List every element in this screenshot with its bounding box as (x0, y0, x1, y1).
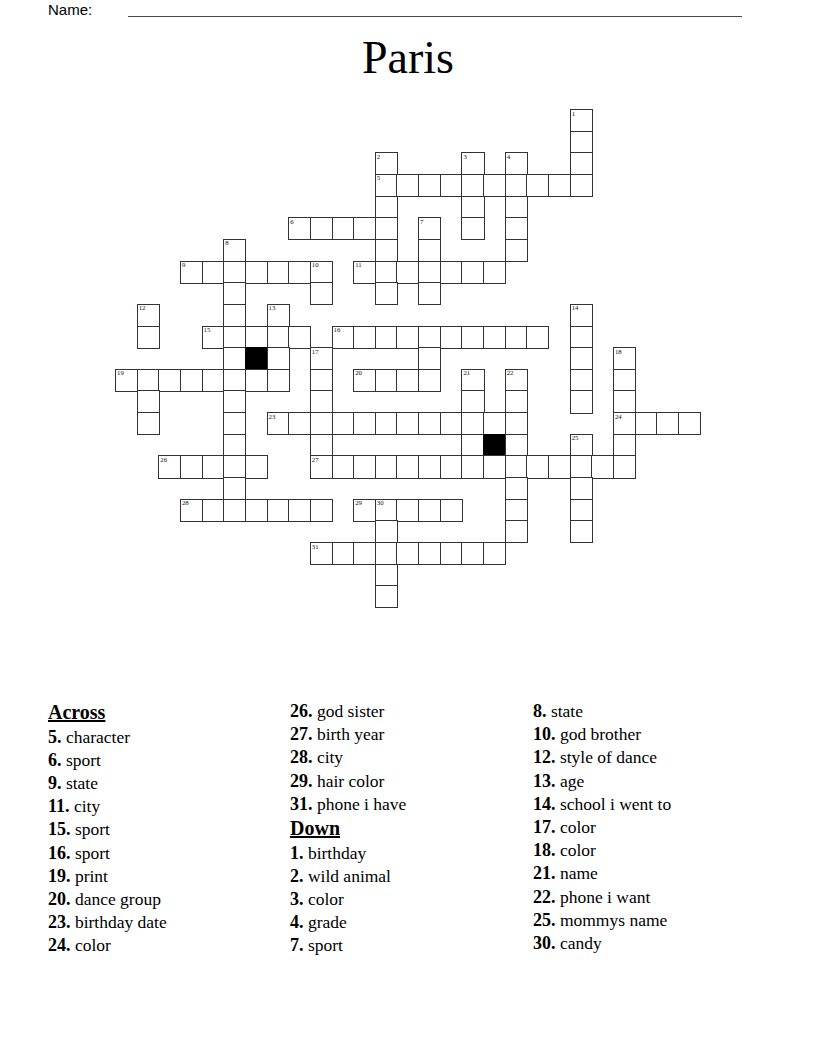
clue-item-number: 9. (48, 773, 62, 793)
grid-cell[interactable] (375, 520, 398, 543)
cell-number: 7 (420, 219, 423, 226)
grid-cell[interactable] (483, 412, 506, 435)
grid-cell[interactable] (570, 455, 593, 478)
clue-item-across-24: 24. color (48, 934, 286, 957)
grid-cell[interactable] (267, 261, 290, 284)
cell-number: 2 (377, 154, 380, 161)
clue-item-text: wild animal (304, 866, 391, 886)
grid-cell[interactable] (418, 326, 441, 349)
clue-item-number: 24. (48, 935, 71, 955)
grid-cell[interactable] (223, 326, 246, 349)
grid-cell[interactable] (440, 455, 463, 478)
grid-cell[interactable] (505, 455, 528, 478)
clue-item-down-25: 25. mommys name (533, 909, 771, 932)
grid-cell[interactable] (440, 542, 463, 565)
clue-item-down-30: 30. candy (533, 932, 771, 955)
clue-item-text: character (62, 727, 130, 747)
grid-cell[interactable] (353, 412, 376, 435)
grid-cell[interactable] (461, 326, 484, 349)
cell-number: 31 (312, 544, 319, 551)
clue-item-number: 16. (48, 843, 71, 863)
grid-cell[interactable] (570, 520, 593, 543)
grid-cell[interactable] (570, 499, 593, 522)
clue-item-down-4: 4. grade (290, 911, 528, 934)
grid-cell[interactable] (418, 412, 441, 435)
cell-number: 21 (463, 370, 470, 377)
grid-cell[interactable] (375, 239, 398, 262)
grid-cell[interactable] (396, 326, 419, 349)
clue-item-across-15: 15. sport (48, 818, 286, 841)
grid-cell[interactable] (570, 326, 593, 349)
grid-cell[interactable] (375, 564, 398, 587)
cell-number: 29 (355, 500, 362, 507)
grid-cell[interactable] (526, 455, 549, 478)
grid-cell[interactable] (483, 261, 506, 284)
grid-cell[interactable] (483, 455, 506, 478)
clue-item-number: 11. (48, 796, 70, 816)
grid-cell[interactable] (223, 412, 246, 435)
grid-cell[interactable] (310, 499, 333, 522)
clue-item-across-6: 6. sport (48, 749, 286, 772)
clue-item-number: 18. (533, 840, 556, 860)
grid-cell[interactable] (396, 174, 419, 197)
grid-cell[interactable] (137, 369, 160, 392)
clue-item-number: 13. (533, 771, 556, 791)
clue-item-number: 26. (290, 701, 313, 721)
grid-cell[interactable] (505, 477, 528, 500)
grid-cell[interactable] (440, 261, 463, 284)
grid-cell[interactable] (245, 261, 268, 284)
grid-cell[interactable] (396, 412, 419, 435)
cell-number: 6 (290, 219, 293, 226)
grid-cell[interactable] (505, 196, 528, 219)
grid-cell[interactable] (332, 455, 355, 478)
grid-cell[interactable] (635, 412, 658, 435)
clue-item-text: god sister (313, 701, 385, 721)
grid-cell[interactable] (180, 455, 203, 478)
grid-cell[interactable] (223, 282, 246, 305)
clue-item-text: god brother (556, 724, 642, 744)
clue-item-text: age (556, 771, 585, 791)
cell-number: 4 (507, 154, 510, 161)
grid-cell[interactable] (461, 174, 484, 197)
cell-number: 26 (160, 457, 167, 464)
grid-cell[interactable] (375, 196, 398, 219)
clue-item-text: state (547, 701, 583, 721)
clue-column-2: 26. god sister27. birth year28. city29. … (290, 700, 528, 958)
grid-cell[interactable] (202, 261, 225, 284)
grid-cell[interactable] (245, 369, 268, 392)
grid-cell[interactable] (418, 369, 441, 392)
cell-number: 11 (355, 262, 362, 269)
cell-number: 10 (312, 262, 319, 269)
cell-number: 17 (312, 349, 319, 356)
grid-cell[interactable] (288, 326, 311, 349)
grid-cell[interactable] (526, 326, 549, 349)
clue-item-text: name (556, 863, 598, 883)
clue-item-number: 19. (48, 866, 71, 886)
clue-item-number: 14. (533, 794, 556, 814)
grid-cell[interactable] (223, 304, 246, 327)
grid-cell[interactable] (137, 412, 160, 435)
grid-cell[interactable] (267, 369, 290, 392)
cell-number: 3 (463, 154, 466, 161)
grid-cell[interactable] (137, 390, 160, 413)
clue-item-text: phone i want (556, 887, 651, 907)
grid-cell[interactable] (440, 499, 463, 522)
grid-cell[interactable] (483, 542, 506, 565)
clue-item-across-19: 19. print (48, 865, 286, 888)
clue-item-across-5: 5. character (48, 726, 286, 749)
cell-number: 5 (377, 175, 380, 182)
grid-cell[interactable] (591, 455, 614, 478)
clue-item-across-31: 31. phone i have (290, 793, 528, 816)
clue-item-across-26: 26. god sister (290, 700, 528, 723)
grid-cell[interactable] (310, 282, 333, 305)
clue-item-across-27: 27. birth year (290, 723, 528, 746)
grid-cell[interactable] (223, 369, 246, 392)
clue-item-text: school i went to (556, 794, 672, 814)
grid-cell[interactable] (461, 261, 484, 284)
puzzle-title: Paris (0, 33, 816, 84)
grid-cell[interactable] (613, 369, 636, 392)
grid-cell[interactable] (418, 542, 441, 565)
cell-number: 12 (139, 305, 146, 312)
down-heading: Down (290, 816, 528, 842)
cell-number: 24 (615, 414, 622, 421)
clue-item-number: 2. (290, 866, 304, 886)
name-blank-line[interactable] (128, 16, 742, 17)
clue-item-text: phone i have (313, 794, 407, 814)
cell-number: 13 (269, 305, 276, 312)
grid-cell[interactable] (418, 282, 441, 305)
grid-cell[interactable] (526, 174, 549, 197)
clue-item-text: mommys name (556, 910, 668, 930)
grid-cell[interactable] (678, 412, 701, 435)
grid-cell[interactable] (288, 499, 311, 522)
grid-cell[interactable] (288, 412, 311, 435)
clue-item-text: sport (62, 750, 101, 770)
grid-cell[interactable] (353, 542, 376, 565)
clue-item-text: city (70, 796, 101, 816)
clue-item-across-9: 9. state (48, 772, 286, 795)
clue-item-text: color (304, 889, 344, 909)
grid-cell[interactable] (375, 282, 398, 305)
clue-item-text: color (556, 840, 596, 860)
black-cell (483, 434, 506, 457)
grid-cell[interactable] (223, 261, 246, 284)
grid-cell[interactable] (223, 434, 246, 457)
grid-cell[interactable] (613, 390, 636, 413)
grid-cell[interactable] (396, 369, 419, 392)
across-heading: Across (48, 700, 286, 726)
clue-item-down-17: 17. color (533, 816, 771, 839)
cell-number: 30 (377, 500, 384, 507)
clue-column-1: Across5. character6. sport9. state11. ci… (48, 700, 286, 958)
grid-cell[interactable] (461, 217, 484, 240)
clue-item-text: style of dance (556, 747, 658, 767)
grid-cell[interactable] (418, 261, 441, 284)
clue-item-down-1: 1. birthday (290, 842, 528, 865)
grid-cell[interactable] (353, 217, 376, 240)
clue-item-text: birth year (313, 724, 385, 744)
clue-item-number: 12. (533, 747, 556, 767)
grid-cell[interactable] (267, 326, 290, 349)
cell-number: 20 (355, 370, 362, 377)
grid-cell[interactable] (505, 499, 528, 522)
clue-item-number: 20. (48, 889, 71, 909)
cell-number: 8 (225, 240, 228, 247)
clue-item-down-13: 13. age (533, 770, 771, 793)
clue-item-text: state (62, 773, 98, 793)
grid-cell[interactable] (461, 196, 484, 219)
clue-item-down-14: 14. school i went to (533, 793, 771, 816)
cell-number: 28 (182, 500, 189, 507)
grid-cell[interactable] (418, 455, 441, 478)
clue-item-number: 23. (48, 912, 71, 932)
grid-cell[interactable] (418, 239, 441, 262)
grid-cell[interactable] (375, 217, 398, 240)
cell-number: 19 (117, 370, 124, 377)
clue-item-text: print (71, 866, 108, 886)
grid-cell[interactable] (375, 261, 398, 284)
clue-item-number: 22. (533, 887, 556, 907)
grid-cell[interactable] (202, 369, 225, 392)
clue-item-down-10: 10. god brother (533, 723, 771, 746)
grid-cell[interactable] (461, 412, 484, 435)
cell-number: 15 (204, 327, 211, 334)
grid-cell[interactable] (440, 326, 463, 349)
clue-item-text: city (313, 747, 344, 767)
clue-item-number: 6. (48, 750, 62, 770)
grid-cell[interactable] (332, 412, 355, 435)
cell-number: 1 (572, 111, 575, 118)
grid-cell[interactable] (245, 326, 268, 349)
clue-item-down-21: 21. name (533, 862, 771, 885)
clue-item-number: 10. (533, 724, 556, 744)
clue-item-down-2: 2. wild animal (290, 865, 528, 888)
grid-cell[interactable] (223, 347, 246, 370)
cell-number: 18 (615, 349, 622, 356)
clue-item-number: 5. (48, 727, 62, 747)
clue-item-text: color (556, 817, 596, 837)
clue-item-number: 21. (533, 863, 556, 883)
grid-cell[interactable] (310, 434, 333, 457)
grid-cell[interactable] (505, 326, 528, 349)
clue-item-text: color (71, 935, 111, 955)
clue-item-number: 17. (533, 817, 556, 837)
clue-item-text: sport (71, 819, 110, 839)
grid-cell[interactable] (461, 434, 484, 457)
cell-number: 25 (572, 435, 579, 442)
clue-item-number: 28. (290, 747, 313, 767)
grid-cell[interactable] (505, 412, 528, 435)
grid-cell[interactable] (613, 455, 636, 478)
clue-item-text: birthday date (71, 912, 167, 932)
grid-cell[interactable] (353, 455, 376, 478)
grid-cell[interactable] (418, 347, 441, 370)
grid-cell[interactable] (310, 369, 333, 392)
cell-number: 22 (507, 370, 514, 377)
grid-cell[interactable] (505, 434, 528, 457)
grid-cell[interactable] (223, 390, 246, 413)
grid-cell[interactable] (310, 390, 333, 413)
grid-cell[interactable] (440, 412, 463, 435)
cell-number: 23 (269, 414, 276, 421)
grid-cell[interactable] (332, 217, 355, 240)
clue-item-down-3: 3. color (290, 888, 528, 911)
grid-cell[interactable] (505, 217, 528, 240)
grid-cell[interactable] (396, 261, 419, 284)
grid-cell[interactable] (375, 412, 398, 435)
name-label: Name: (48, 1, 92, 18)
grid-cell[interactable] (375, 585, 398, 608)
grid-cell[interactable] (613, 434, 636, 457)
grid-cell[interactable] (223, 455, 246, 478)
grid-cell[interactable] (461, 455, 484, 478)
grid-cell[interactable] (505, 520, 528, 543)
clue-item-down-18: 18. color (533, 839, 771, 862)
grid-cell[interactable] (505, 390, 528, 413)
clue-item-across-20: 20. dance group (48, 888, 286, 911)
grid-cell[interactable] (375, 455, 398, 478)
grid-cell[interactable] (353, 326, 376, 349)
clue-item-number: 7. (290, 935, 304, 955)
grid-cell[interactable] (375, 542, 398, 565)
grid-cell[interactable] (180, 369, 203, 392)
grid-cell[interactable] (202, 455, 225, 478)
clue-item-number: 8. (533, 701, 547, 721)
clue-item-down-7: 7. sport (290, 934, 528, 957)
grid-cell[interactable] (245, 455, 268, 478)
crossword-worksheet: { "game": "crossword", "title": "Paris",… (0, 0, 816, 1056)
grid-cell[interactable] (310, 412, 333, 435)
grid-cell[interactable] (202, 499, 225, 522)
grid-cell[interactable] (505, 174, 528, 197)
grid-cell[interactable] (483, 174, 506, 197)
grid-cell[interactable] (505, 239, 528, 262)
grid-cell[interactable] (440, 174, 463, 197)
clue-item-number: 3. (290, 889, 304, 909)
grid-cell[interactable] (267, 499, 290, 522)
grid-cell[interactable] (396, 542, 419, 565)
grid-cell[interactable] (245, 499, 268, 522)
grid-cell[interactable] (396, 499, 419, 522)
grid-cell[interactable] (570, 131, 593, 154)
grid-cell[interactable] (332, 542, 355, 565)
cell-number: 27 (312, 457, 319, 464)
grid-cell[interactable] (223, 499, 246, 522)
cell-number: 16 (334, 327, 341, 334)
clue-item-number: 1. (290, 843, 304, 863)
clue-item-down-22: 22. phone i want (533, 886, 771, 909)
grid-cell[interactable] (288, 261, 311, 284)
clue-item-across-23: 23. birthday date (48, 911, 286, 934)
black-cell (245, 347, 268, 370)
crossword-grid: 1234567891011121314151617181920212223242… (115, 109, 700, 607)
grid-cell[interactable] (548, 455, 571, 478)
grid-cell[interactable] (570, 174, 593, 197)
grid-cell[interactable] (310, 217, 333, 240)
grid-cell[interactable] (548, 174, 571, 197)
grid-cell[interactable] (570, 369, 593, 392)
clue-item-across-16: 16. sport (48, 842, 286, 865)
clue-item-text: birthday (304, 843, 367, 863)
grid-cell[interactable] (570, 390, 593, 413)
clue-item-text: sport (71, 843, 110, 863)
clue-item-across-29: 29. hair color (290, 770, 528, 793)
clue-item-number: 15. (48, 819, 71, 839)
grid-cell[interactable] (570, 152, 593, 175)
grid-cell[interactable] (418, 174, 441, 197)
grid-cell[interactable] (137, 326, 160, 349)
clue-item-number: 4. (290, 912, 304, 932)
clue-item-text: grade (304, 912, 347, 932)
clue-item-text: sport (304, 935, 343, 955)
clue-item-number: 25. (533, 910, 556, 930)
clue-item-down-12: 12. style of dance (533, 746, 771, 769)
grid-cell[interactable] (483, 326, 506, 349)
clue-item-text: candy (556, 933, 602, 953)
clue-item-number: 27. (290, 724, 313, 744)
grid-cell[interactable] (461, 542, 484, 565)
clue-item-number: 29. (290, 771, 313, 791)
clue-item-number: 30. (533, 933, 556, 953)
cell-number: 14 (572, 305, 579, 312)
clue-item-down-8: 8. state (533, 700, 771, 723)
grid-cell[interactable] (375, 369, 398, 392)
grid-cell[interactable] (461, 390, 484, 413)
grid-cell[interactable] (375, 326, 398, 349)
clue-item-across-11: 11. city (48, 795, 286, 818)
grid-cell[interactable] (223, 477, 246, 500)
grid-cell[interactable] (267, 347, 290, 370)
clue-item-number: 31. (290, 794, 313, 814)
clue-column-3: 8. state10. god brother12. style of danc… (533, 700, 771, 955)
grid-cell[interactable] (418, 499, 441, 522)
grid-cell[interactable] (656, 412, 679, 435)
grid-cell[interactable] (570, 347, 593, 370)
grid-cell[interactable] (396, 455, 419, 478)
clue-item-across-28: 28. city (290, 746, 528, 769)
grid-cell[interactable] (158, 369, 181, 392)
clue-item-text: hair color (313, 771, 385, 791)
grid-cell[interactable] (570, 477, 593, 500)
clue-item-text: dance group (71, 889, 161, 909)
cell-number: 9 (182, 262, 185, 269)
